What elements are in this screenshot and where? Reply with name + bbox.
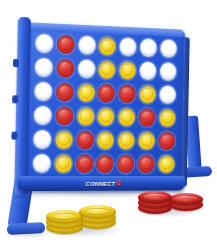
- cell-r6-c5: [115, 152, 136, 175]
- cell-r4-c1: [32, 103, 54, 127]
- yellow-disc: [55, 130, 73, 149]
- yellow-disc: [97, 131, 114, 150]
- empty-hole: [33, 130, 51, 149]
- red-disc: [98, 84, 115, 103]
- empty-hole: [35, 58, 53, 78]
- yellow-disc: [158, 154, 175, 172]
- yellow-disc: [97, 107, 114, 126]
- empty-hole: [140, 39, 157, 58]
- rail-clip-tab: [12, 95, 18, 103]
- yellow-disc-stack: [79, 205, 116, 229]
- cell-r3-c7: [158, 83, 178, 106]
- red-pile-disc: [138, 191, 172, 204]
- yellow-disc-stack: [46, 210, 83, 234]
- cell-r4-c4: [96, 105, 117, 129]
- cell-r1-c3: [76, 33, 97, 57]
- red-disc: [97, 154, 114, 173]
- red-disc-pile: [138, 182, 208, 214]
- left-support-foot: [7, 222, 46, 235]
- cell-r1-c4: [97, 34, 118, 58]
- yellow-disc: [118, 108, 135, 127]
- cell-r2-c6: [138, 59, 159, 83]
- empty-hole: [120, 38, 137, 57]
- connect4-logo: CONNECT 4: [86, 179, 122, 188]
- cell-r2-c3: [76, 57, 97, 81]
- cell-r3-c1: [32, 79, 54, 103]
- cell-r6-c1: [31, 151, 53, 175]
- red-disc: [139, 108, 156, 127]
- cell-r6-c7: [156, 152, 176, 175]
- empty-hole: [160, 40, 177, 59]
- cell-r4-c5: [116, 105, 137, 129]
- red-disc: [158, 131, 175, 149]
- red-pile-disc: [169, 193, 203, 206]
- cell-r2-c2: [54, 56, 76, 80]
- empty-hole: [35, 34, 53, 54]
- rail-clip-tab: [13, 59, 19, 67]
- cell-r3-c5: [117, 82, 138, 106]
- cell-r5-c4: [95, 128, 116, 152]
- cell-r5-c6: [136, 129, 157, 152]
- yellow-disc: [118, 131, 135, 150]
- cell-r5-c3: [74, 128, 96, 152]
- logo-connect-text: CONNECT: [86, 180, 116, 186]
- red-disc: [55, 106, 73, 125]
- cell-r5-c2: [53, 127, 75, 151]
- red-disc: [57, 35, 75, 55]
- red-disc: [138, 154, 155, 172]
- red-disc-stack: [138, 191, 172, 214]
- red-disc: [76, 130, 94, 149]
- empty-hole: [140, 62, 157, 81]
- cell-r6-c2: [52, 151, 74, 175]
- rail-clip-tab: [11, 132, 17, 140]
- cell-r3-c6: [137, 82, 158, 106]
- cell-r4-c2: [53, 104, 75, 128]
- cell-r5-c1: [31, 127, 53, 151]
- product-photo-scene: CONNECT 4: [0, 0, 217, 250]
- logo-4-text: 4: [116, 179, 121, 188]
- yellow-disc: [54, 154, 72, 173]
- yellow-disc: [99, 37, 116, 56]
- yellow-pile-disc: [46, 210, 83, 224]
- empty-hole: [77, 60, 95, 79]
- cell-r5-c5: [116, 128, 137, 151]
- cell-r6-c6: [136, 152, 157, 175]
- yellow-disc: [77, 83, 95, 102]
- red-disc: [119, 84, 136, 103]
- cell-r2-c5: [117, 59, 138, 83]
- yellow-disc: [119, 61, 136, 80]
- empty-hole: [33, 154, 51, 173]
- cell-r4-c7: [157, 106, 177, 129]
- cell-r2-c4: [97, 58, 118, 82]
- cell-r2-c7: [158, 60, 178, 84]
- red-disc: [56, 59, 74, 78]
- connect-four-frame: CONNECT 4: [20, 22, 185, 191]
- cell-r1-c7: [158, 37, 178, 61]
- cell-r3-c4: [96, 81, 117, 105]
- cell-r6-c3: [74, 151, 96, 175]
- empty-hole: [34, 82, 52, 101]
- cell-r4-c3: [75, 104, 97, 128]
- cell-r6-c4: [95, 152, 116, 175]
- cell-r1-c5: [118, 35, 139, 59]
- yellow-disc: [98, 60, 115, 79]
- yellow-pile-disc: [79, 205, 116, 219]
- red-disc: [56, 82, 74, 101]
- yellow-disc: [76, 107, 94, 126]
- red-disc: [75, 154, 93, 173]
- cell-r3-c3: [75, 81, 96, 105]
- board-grid: [31, 32, 179, 175]
- empty-hole: [159, 85, 176, 104]
- cell-r5-c7: [157, 129, 177, 152]
- cell-r1-c1: [33, 32, 55, 57]
- red-disc: [117, 154, 134, 173]
- yellow-disc-pile: [46, 198, 122, 234]
- cell-r3-c2: [54, 80, 76, 104]
- cell-r1-c6: [138, 36, 159, 60]
- yellow-disc: [139, 85, 156, 104]
- board-face: CONNECT 4: [20, 22, 185, 191]
- red-disc-stack: [169, 193, 203, 211]
- yellow-disc: [138, 131, 155, 150]
- cell-r2-c1: [33, 55, 55, 80]
- cell-r4-c6: [137, 106, 158, 129]
- empty-hole: [160, 62, 177, 81]
- empty-hole: [34, 106, 52, 125]
- cell-r1-c2: [55, 33, 77, 58]
- empty-hole: [78, 36, 96, 55]
- yellow-disc: [159, 108, 176, 127]
